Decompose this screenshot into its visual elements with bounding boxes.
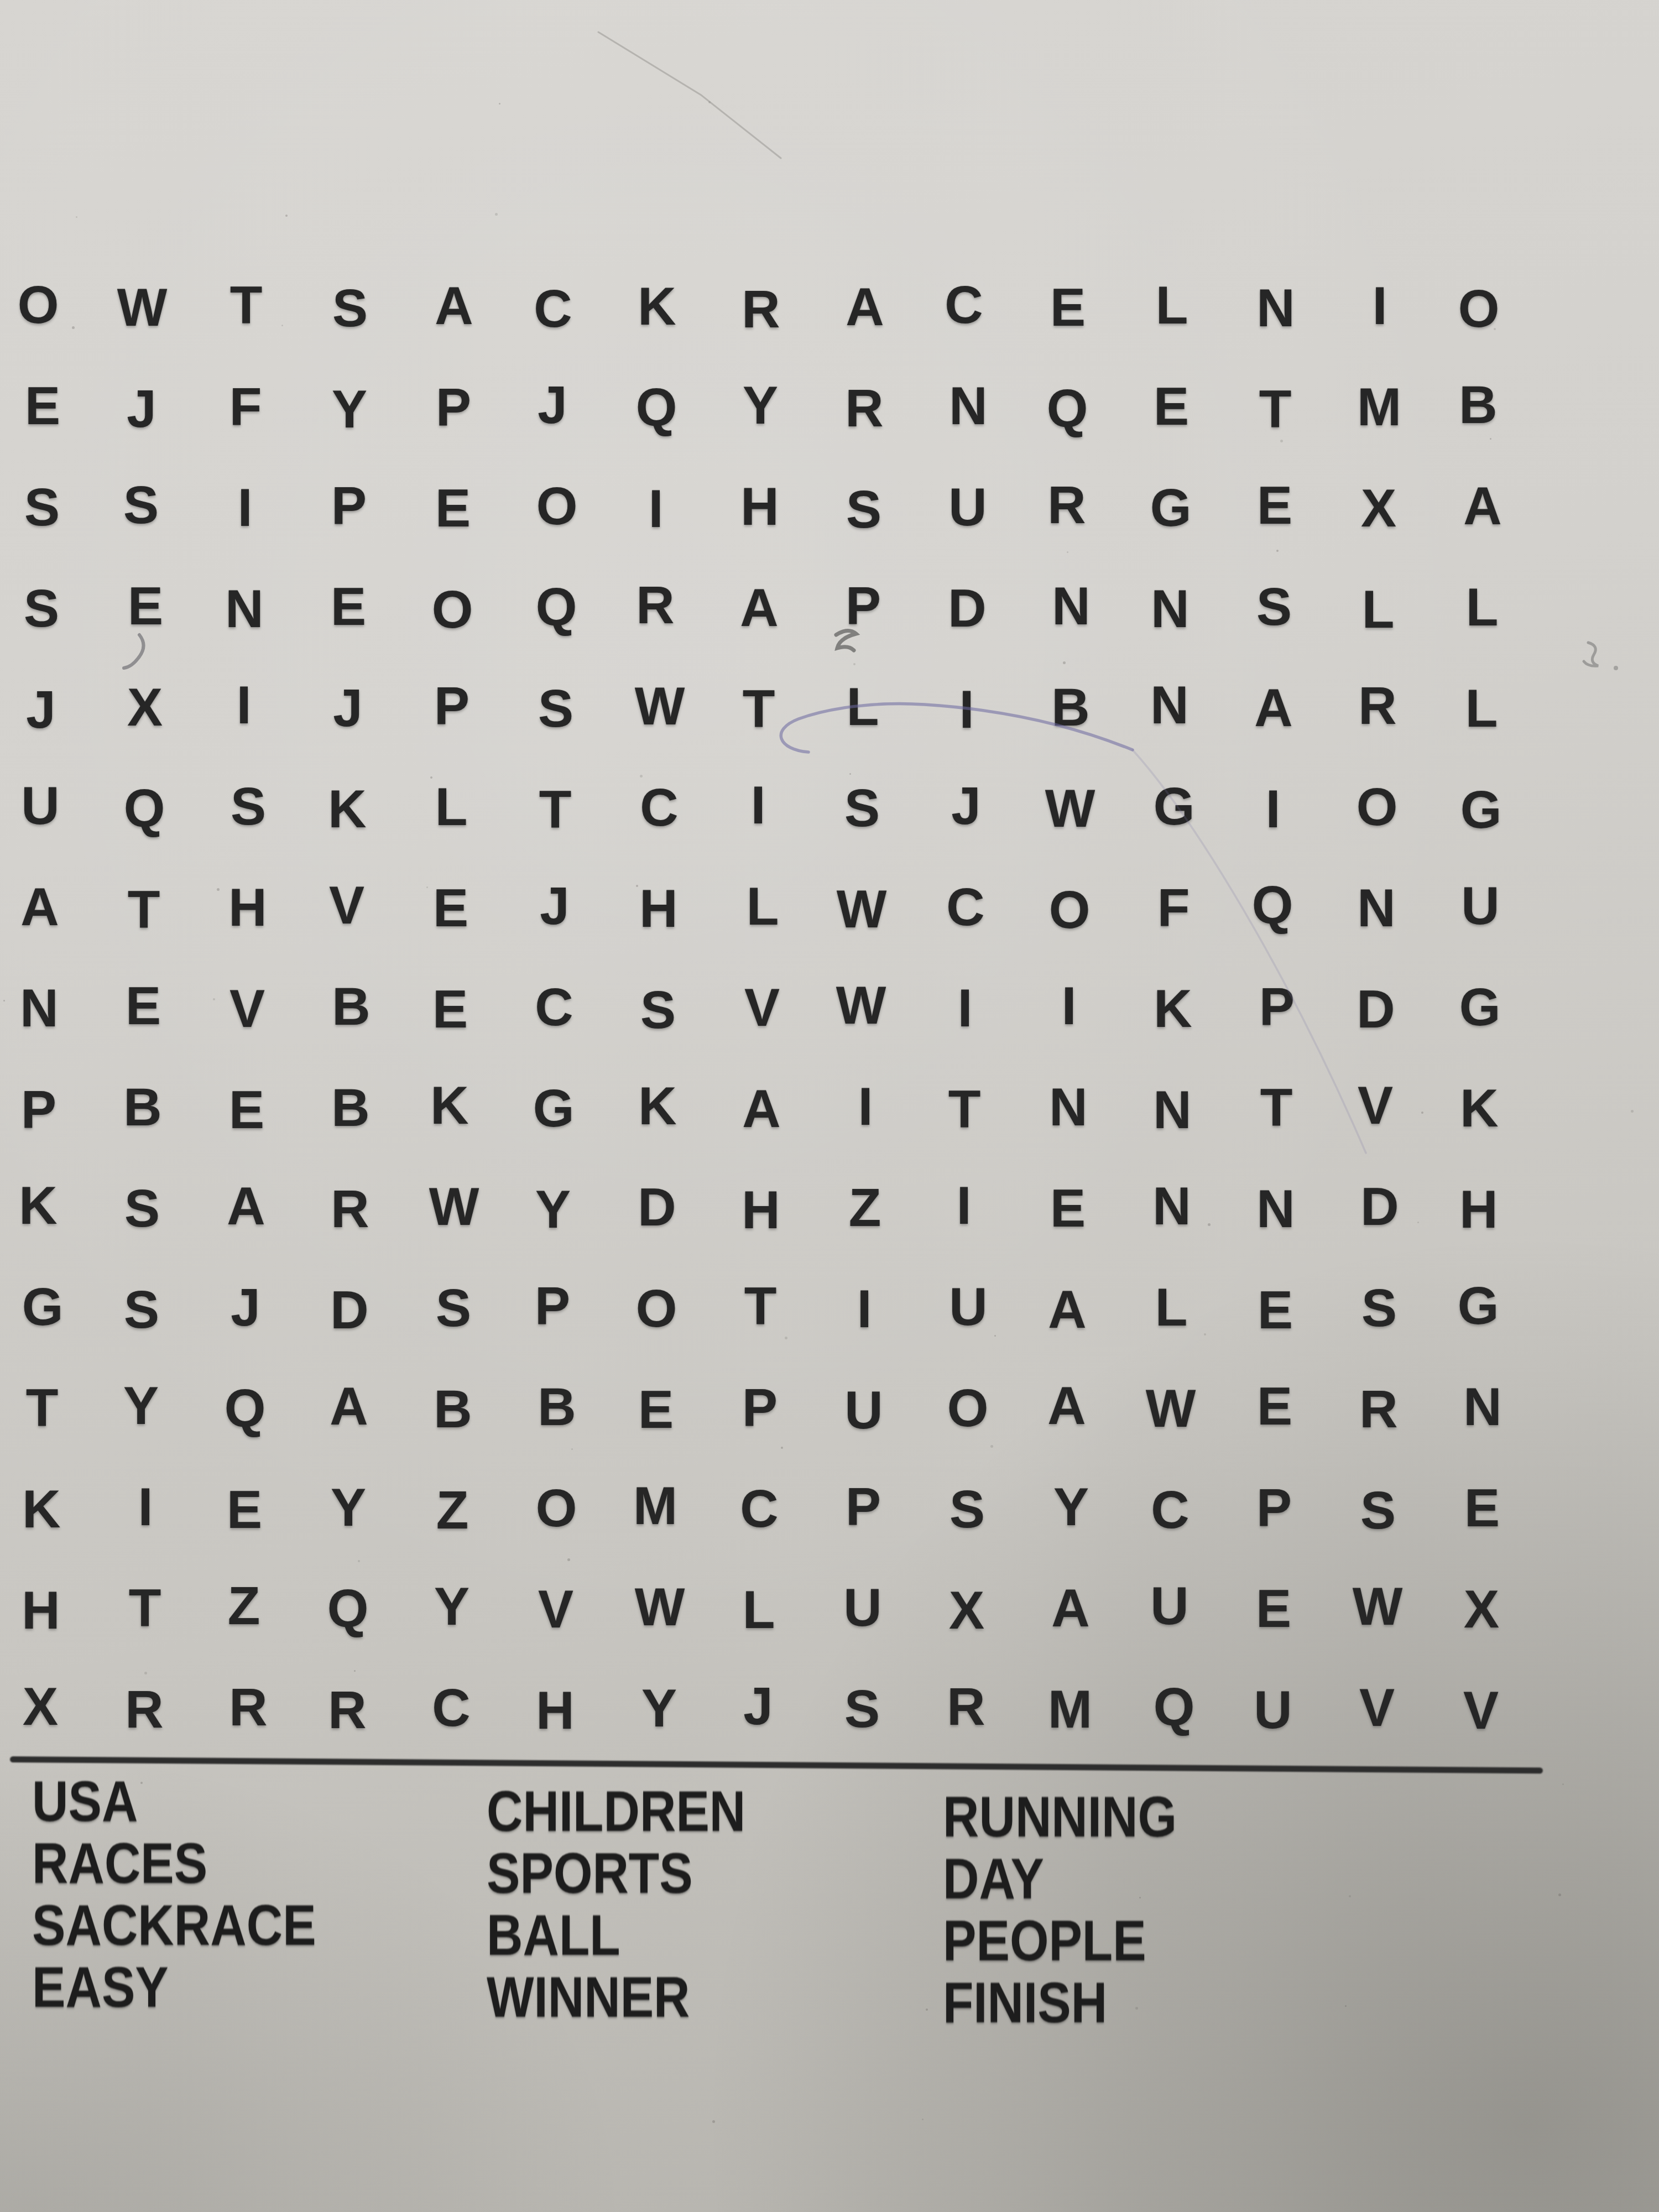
grid-cell: H [1427,1159,1530,1259]
grid-cell: K [398,1055,501,1155]
paper-speck [636,885,638,887]
grid-cell: U [1118,1556,1221,1656]
grid-cell: E [92,956,195,1056]
grid-cell: A [1431,456,1534,556]
word-list-column-2: CHILDRENSPORTSBALLWINNER [487,1781,781,2028]
grid-cell: H [0,1560,92,1660]
grid-cell: L [1327,559,1430,659]
grid-cell: Z [401,1460,504,1560]
grid-cell: R [1015,455,1118,555]
grid-cell: O [0,254,90,354]
word-item: USA [32,1771,316,1833]
word-list-column-3: RUNNINGDAYPEOPLEFINISH [943,1786,1209,2034]
grid-cell: F [194,356,297,456]
grid-cell: J [707,1656,810,1756]
grid-cell: E [1223,1356,1326,1456]
paper-speck [708,101,711,103]
grid-cell: V [1326,1657,1428,1757]
grid-cell: A [298,1356,400,1456]
grid-cell: G [1427,1255,1530,1355]
grid-cell: G [502,1058,605,1158]
grid-cell: Y [297,1457,400,1557]
grid-cell: H [196,857,299,957]
grid-cell: B [401,1359,504,1459]
grid-cell: R [197,1657,300,1757]
grid-cell: O [1427,258,1530,358]
grid-cell: S [90,455,192,555]
grid-cell: R [1327,1359,1430,1459]
grid-cell: S [197,756,300,856]
grid-cell: C [914,857,1017,957]
grid-cell: Q [1016,358,1119,458]
grid-cell: E [1120,356,1223,456]
grid-cell: S [91,1158,194,1258]
grid-cell: Z [813,1157,916,1258]
grid-cell: O [916,1358,1019,1458]
grid-cell: L [1120,255,1223,355]
paper-speck [853,663,855,665]
scratch-mark [598,32,781,158]
grid-cell: L [1431,557,1533,657]
grid-cell: H [504,1660,607,1760]
grid-cell: N [1118,655,1221,755]
grid-cell: Y [608,1658,711,1758]
grid-cell: U [0,755,92,855]
grid-cell: K [0,1155,90,1255]
paper-speck [990,1445,993,1448]
edge-smudge [1584,643,1598,666]
grid-cell: S [299,258,401,358]
grid-cell: X [1327,458,1430,558]
paper-speck [1417,1222,1419,1223]
grid-cell: S [1328,1258,1431,1358]
paper-speck [926,2008,928,2011]
grid-cell: I [912,1155,1015,1255]
grid-cell: J [915,755,1018,855]
grid-cell: J [0,659,92,759]
paper-speck [1349,1895,1351,1897]
grid-cell: I [914,958,1016,1058]
paper-speck [1204,1333,1206,1335]
grid-cell: A [1015,1355,1118,1455]
grid-cell: N [1017,1057,1120,1157]
grid-cell: E [1016,257,1119,357]
grid-cell: P [298,455,400,555]
grid-cell: I [604,458,707,559]
grid-cell: J [503,855,606,956]
edge-smudge-dot [1614,666,1618,670]
grid-cell: D [1324,959,1427,1059]
grid-cell: N [0,958,91,1058]
grid-cell: W [1019,758,1121,858]
paper-speck [3,1000,5,1001]
grid-cell: L [400,757,503,857]
paper-speck [430,776,432,779]
word-item: SACKRACE [32,1895,316,1957]
grid-cell: V [1324,1055,1427,1155]
grid-cell: B [91,1057,194,1157]
paper-speck [1280,440,1283,442]
grid-cell: S [0,558,93,658]
grid-cell: S [402,1258,505,1358]
word-item: SPORTS [487,1843,745,1905]
grid-cell: S [1327,1460,1430,1560]
grid-cell: G [1123,756,1225,856]
grid-cell: S [1223,556,1326,656]
word-item: WINNER [487,1966,745,2028]
word-item: PEOPLE [943,1910,1177,1972]
grid-cell: E [1222,1558,1325,1658]
grid-cell: U [1429,855,1532,956]
grid-cell: S [916,1459,1019,1559]
grid-cell: K [1428,1058,1531,1158]
grid-cell: D [1328,1156,1431,1256]
paper-speck [1135,2007,1138,2010]
grid-cell: R [296,1660,399,1760]
grid-cell: Q [296,1558,399,1658]
grid-cell: A [813,257,916,357]
grid-cell: Q [1123,1657,1225,1757]
paper-speck [1421,1112,1423,1114]
paper-speck [922,2119,924,2120]
grid-cell: D [916,558,1019,658]
grid-cell: W [403,1156,505,1256]
grid-cell: I [915,659,1018,759]
paper-speck [1208,1223,1211,1226]
grid-cell: V [196,958,299,1058]
grid-cell: C [400,1657,503,1757]
grid-cell: Z [192,1556,295,1656]
grid-cell: G [1119,457,1222,557]
grid-cell: E [0,356,94,456]
grid-cell: S [812,459,915,559]
grid-cell: X [915,1560,1018,1660]
grid-cell: E [193,1459,296,1559]
grid-cell: W [91,257,194,357]
grid-cell: N [1431,1357,1534,1457]
grid-cell: B [299,1057,402,1157]
grid-cell: S [504,658,607,758]
grid-cell: S [811,1658,914,1759]
grid-cell: K [1121,958,1224,1058]
paper-speck [1631,1110,1634,1113]
grid-cell: J [90,358,193,458]
grid-cell: W [810,955,912,1055]
word-item: FINISH [943,1972,1177,2034]
paper-speck [76,216,77,218]
grid-cell: Y [90,1355,192,1455]
grid-cell: K [296,759,399,859]
grid-cell: V [504,1559,607,1659]
paper-speck [712,2120,715,2123]
grid-cell: Q [93,758,196,858]
grid-cell: B [1427,354,1530,455]
grid-cell: D [606,1157,708,1257]
paper-speck [499,103,500,105]
grid-cell: E [399,858,502,958]
grid-cell: R [604,555,707,655]
grid-cell: Y [1020,1457,1123,1557]
grid-cell: P [402,357,505,457]
grid-cell: N [1119,559,1222,659]
grid-cell: J [501,354,604,455]
grid-cell: Y [400,1556,503,1656]
grid-cell: N [917,356,1020,456]
grid-cell: V [1430,1660,1532,1760]
grid-cell: T [1224,359,1327,459]
grid-cell: S [811,758,914,858]
grid-cell: A [0,857,91,957]
grid-cell: R [1326,655,1429,755]
word-item: CHILDREN [487,1781,745,1843]
grid-cell: P [501,1255,604,1355]
grid-cell: T [92,859,195,959]
grid-cell: I [814,1056,917,1156]
grid-cell: E [1016,1158,1119,1258]
grid-cell: P [708,1357,811,1457]
grid-cell: V [711,957,813,1057]
grid-cell: G [0,1256,94,1357]
grid-cell: A [708,557,811,658]
grid-cell: T [1225,1057,1328,1157]
grid-cell: W [608,656,711,756]
grid-cell: H [709,1160,812,1260]
grid-cell: A [1222,658,1325,758]
paper-speck [1562,1783,1564,1785]
grid-cell: A [403,255,505,356]
grid-cell: N [193,559,296,659]
grid-cell: T [0,1358,93,1458]
grid-cell: E [401,458,504,558]
grid-cell: Q [194,1358,296,1458]
grid-cell: E [1431,1458,1533,1558]
grid-cell: T [707,659,810,759]
paper-speck [1558,1893,1561,1896]
paper-speck [1345,2005,1347,2007]
grid-cell: E [1223,455,1326,555]
grid-cell: C [608,757,711,857]
grid-cell: C [503,957,606,1057]
grid-cell: N [1121,1060,1224,1160]
word-item: BALL [487,1905,745,1966]
paper-speck [144,1672,147,1674]
grid-cell: P [0,1059,90,1159]
grid-cell: B [300,956,403,1056]
grid-cell: L [1120,1257,1223,1357]
paper-speck [358,1560,360,1562]
grid-cell: G [1428,957,1531,1057]
grid-cell: I [813,1259,916,1359]
grid-cell: O [605,1258,708,1358]
grid-cell: U [917,1256,1020,1357]
grid-cell: B [505,1357,608,1457]
grid-cell: U [812,1360,915,1460]
grid-cell: L [811,656,914,757]
grid-cell: U [1222,1660,1324,1760]
grid-cell: T [504,759,607,859]
grid-cell: T [195,255,298,355]
grid-cell: H [708,456,811,556]
grid-cell: I [1222,759,1324,859]
grid-cell: N [1224,1159,1327,1259]
paper-speck [571,1448,573,1450]
grid-cell: Q [1221,855,1324,955]
grid-cell: I [1018,956,1120,1056]
grid-cell: X [93,657,196,757]
paper-speck [213,998,215,1000]
grid-cell: E [94,556,197,656]
grid-cell: P [812,1456,915,1556]
grid-cell: E [1224,1260,1327,1360]
grid-cell: P [812,555,915,655]
grid-cell: A [1019,1558,1122,1658]
word-item: RUNNING [943,1786,1177,1848]
grid-cell: O [505,1458,608,1558]
grid-cell: I [192,655,295,755]
grid-cell: Y [502,1159,604,1259]
paper-speck [994,1335,996,1337]
grid-cell: C [502,258,604,358]
grid-cell: P [1223,1457,1326,1557]
grid-cell: I [707,755,810,855]
grid-cell: Q [505,557,608,657]
grid-cell: S [0,457,93,557]
grid-cell: C [1119,1459,1222,1559]
grid-cell: W [608,1557,711,1657]
grid-cell: S [607,959,709,1060]
grid-cell: O [1018,859,1121,959]
grid-cell: N [1325,858,1428,958]
paper-speck [495,213,498,216]
grid-cell: R [299,1159,401,1259]
grid-cell: R [813,358,916,458]
grid-cell: N [1020,556,1123,656]
paper-speck [640,775,643,778]
grid-cell: K [606,1056,709,1156]
grid-cell: S [90,1259,193,1359]
paper-speck [426,886,428,888]
photographed-word-search-page: OWTSACKRACELNIOEJFYPJQYRNQETMBSSIPEOIHSU… [0,0,1659,2212]
word-item: EASY [32,1957,316,2018]
grid-cell: A [195,1156,298,1256]
grid-cell: J [296,658,399,758]
paper-speck [1139,1897,1141,1898]
grid-cell: M [604,1455,707,1556]
letter-grid: OWTSACKRACELNIOEJFYPJQYRNQETMBSSIPEOIHSU… [0,257,1532,1758]
paper-speck [1494,328,1496,330]
grid-cell: Q [605,357,708,457]
grid-cell: M [1019,1659,1121,1759]
grid-cell: R [915,1656,1018,1756]
paper-speck [567,1558,570,1561]
grid-cell: A [710,1058,813,1159]
grid-cell: N [1120,1156,1223,1256]
grid-cell: L [711,856,814,956]
grid-cell: C [912,254,1015,354]
grid-cell: O [1326,757,1428,857]
grid-cell: R [709,259,812,359]
grid-cell: U [916,457,1019,557]
grid-cell: P [400,655,503,755]
grid-cell: X [0,1656,92,1756]
grid-cell: I [194,457,296,557]
paper-speck [72,326,75,329]
grid-cell: O [401,559,504,659]
grid-cell: U [811,1557,914,1657]
grid-cell: V [295,855,398,955]
word-list-column-1: USARACESSACKRACEEASY [32,1771,355,2018]
paper-speck [849,773,851,775]
paper-speck [781,1447,783,1449]
grid-cell: X [1430,1559,1533,1659]
grid-cell: G [1430,759,1532,859]
grid-cell: E [195,1060,298,1160]
grid-cell: E [399,959,502,1059]
grid-cell: B [1019,657,1122,757]
grid-cell: P [1225,956,1328,1056]
paper-speck [1276,550,1279,552]
grid-cell: K [606,256,708,356]
grid-cell: A [1016,1259,1119,1359]
grid-cell: M [1328,357,1431,457]
grid-cell: F [1122,857,1225,957]
grid-cell: L [707,1559,810,1660]
grid-cell: W [810,859,913,959]
paper-speck [285,215,288,217]
grid-cell: N [1224,258,1327,358]
paper-speck [281,325,283,326]
grid-cell: D [298,1260,401,1360]
grid-cell: T [709,1256,812,1356]
grid-cell: O [505,456,608,556]
grid-cell: J [194,1257,297,1357]
paper-speck [1063,661,1066,664]
grid-cell: L [1430,658,1533,758]
grid-cell: Y [709,355,812,455]
grid-cell: E [297,556,400,656]
grid-cell: T [913,1059,1016,1159]
paper-speck [354,1670,356,1672]
paper-speck [217,888,220,891]
grid-cell: K [0,1459,93,1559]
word-item: DAY [943,1848,1177,1910]
grid-cell: E [604,1359,707,1459]
word-item: RACES [32,1833,316,1895]
grid-cell: I [94,1457,197,1557]
paper-speck [785,1337,787,1339]
grid-cell: H [607,858,710,958]
grid-cell: I [1328,255,1431,356]
grid-cell: Y [298,359,401,459]
paper-speck [1490,438,1491,440]
paper-speck [1067,551,1068,553]
grid-cell: W [1326,1556,1429,1656]
grid-cell: T [93,1558,196,1658]
paper-speck [140,1782,143,1784]
grid-cell: W [1119,1358,1222,1458]
grid-cell: C [708,1458,811,1558]
